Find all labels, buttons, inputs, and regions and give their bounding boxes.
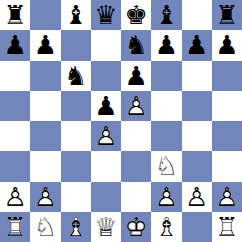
black-pawn[interactable]: ♟ xyxy=(30,30,60,60)
white-pawn[interactable]: ♟♙ xyxy=(212,182,242,212)
black-pawn[interactable]: ♟ xyxy=(212,30,242,60)
piece-glyph-outline: ♗ xyxy=(151,212,181,242)
square-b4[interactable] xyxy=(30,121,60,151)
square-g5[interactable] xyxy=(182,91,212,121)
white-queen[interactable]: ♛♕ xyxy=(91,212,121,242)
piece-glyph-fill: ♛ xyxy=(91,0,121,30)
square-a5[interactable] xyxy=(0,91,30,121)
black-rook[interactable]: ♜ xyxy=(0,0,30,30)
square-b5[interactable] xyxy=(30,91,60,121)
piece-glyph-fill: ♟ xyxy=(151,30,181,60)
square-h3[interactable] xyxy=(212,151,242,181)
square-g3[interactable] xyxy=(182,151,212,181)
square-g8[interactable] xyxy=(182,0,212,30)
chess-board: ♜♝♛♚♝♜♟♟♞♟♟♟♞♟♟♟♙♟♙♞♘♟♙♟♙♟♙♟♙♟♙♜♖♞♘♝♗♛♕♚… xyxy=(0,0,242,242)
white-pawn[interactable]: ♟♙ xyxy=(151,182,181,212)
square-c3[interactable] xyxy=(61,151,91,181)
square-b3[interactable] xyxy=(30,151,60,181)
black-bishop[interactable]: ♝ xyxy=(61,0,91,30)
piece-glyph-outline: ♙ xyxy=(151,182,181,212)
square-c6[interactable]: ♞ xyxy=(61,61,91,91)
piece-glyph-fill: ♟ xyxy=(121,61,151,91)
black-knight[interactable]: ♞ xyxy=(121,30,151,60)
black-pawn[interactable]: ♟ xyxy=(182,30,212,60)
piece-glyph-outline: ♘ xyxy=(30,212,60,242)
square-h6[interactable] xyxy=(212,61,242,91)
square-g1[interactable] xyxy=(182,212,212,242)
white-bishop[interactable]: ♝♗ xyxy=(61,212,91,242)
square-c4[interactable] xyxy=(61,121,91,151)
piece-glyph-outline: ♙ xyxy=(91,121,121,151)
square-e8[interactable]: ♚ xyxy=(121,0,151,30)
square-f4[interactable] xyxy=(151,121,181,151)
square-c7[interactable] xyxy=(61,30,91,60)
square-a3[interactable] xyxy=(0,151,30,181)
piece-glyph-outline: ♘ xyxy=(151,151,181,181)
square-c5[interactable] xyxy=(61,91,91,121)
square-d4[interactable]: ♟♙ xyxy=(91,121,121,151)
white-knight[interactable]: ♞♘ xyxy=(151,151,181,181)
white-knight[interactable]: ♞♘ xyxy=(30,212,60,242)
square-h7[interactable]: ♟ xyxy=(212,30,242,60)
square-d6[interactable] xyxy=(91,61,121,91)
square-e6[interactable]: ♟ xyxy=(121,61,151,91)
piece-glyph-fill: ♟ xyxy=(30,30,60,60)
square-d1[interactable]: ♛♕ xyxy=(91,212,121,242)
square-b6[interactable] xyxy=(30,61,60,91)
square-e3[interactable] xyxy=(121,151,151,181)
square-f1[interactable]: ♝♗ xyxy=(151,212,181,242)
square-d8[interactable]: ♛ xyxy=(91,0,121,30)
square-c1[interactable]: ♝♗ xyxy=(61,212,91,242)
piece-glyph-outline: ♙ xyxy=(182,182,212,212)
square-h1[interactable]: ♜♖ xyxy=(212,212,242,242)
piece-glyph-fill: ♟ xyxy=(212,30,242,60)
piece-glyph-outline: ♙ xyxy=(121,91,151,121)
square-h5[interactable] xyxy=(212,91,242,121)
square-g4[interactable] xyxy=(182,121,212,151)
square-a6[interactable] xyxy=(0,61,30,91)
square-g2[interactable]: ♟♙ xyxy=(182,182,212,212)
black-rook[interactable]: ♜ xyxy=(212,0,242,30)
black-pawn[interactable]: ♟ xyxy=(0,30,30,60)
white-pawn[interactable]: ♟♙ xyxy=(91,121,121,151)
piece-glyph-outline: ♖ xyxy=(0,212,30,242)
square-f3[interactable]: ♞♘ xyxy=(151,151,181,181)
square-f7[interactable]: ♟ xyxy=(151,30,181,60)
white-rook[interactable]: ♜♖ xyxy=(0,212,30,242)
square-d3[interactable] xyxy=(91,151,121,181)
white-king[interactable]: ♚♔ xyxy=(121,212,151,242)
square-b1[interactable]: ♞♘ xyxy=(30,212,60,242)
square-f8[interactable]: ♝ xyxy=(151,0,181,30)
square-h4[interactable] xyxy=(212,121,242,151)
piece-glyph-fill: ♟ xyxy=(182,30,212,60)
square-f6[interactable] xyxy=(151,61,181,91)
square-c8[interactable]: ♝ xyxy=(61,0,91,30)
piece-glyph-fill: ♟ xyxy=(91,91,121,121)
piece-glyph-fill: ♟ xyxy=(0,30,30,60)
white-pawn[interactable]: ♟♙ xyxy=(121,91,151,121)
square-h2[interactable]: ♟♙ xyxy=(212,182,242,212)
square-a4[interactable] xyxy=(0,121,30,151)
square-b8[interactable] xyxy=(30,0,60,30)
square-a1[interactable]: ♜♖ xyxy=(0,212,30,242)
square-b7[interactable]: ♟ xyxy=(30,30,60,60)
square-g7[interactable]: ♟ xyxy=(182,30,212,60)
white-bishop[interactable]: ♝♗ xyxy=(151,212,181,242)
square-f5[interactable] xyxy=(151,91,181,121)
piece-glyph-fill: ♞ xyxy=(61,61,91,91)
white-pawn[interactable]: ♟♙ xyxy=(30,182,60,212)
square-e1[interactable]: ♚♔ xyxy=(121,212,151,242)
piece-glyph-outline: ♗ xyxy=(61,212,91,242)
piece-glyph-outline: ♖ xyxy=(212,212,242,242)
piece-glyph-outline: ♔ xyxy=(121,212,151,242)
square-a8[interactable]: ♜ xyxy=(0,0,30,30)
piece-glyph-outline: ♙ xyxy=(30,182,60,212)
piece-glyph-fill: ♝ xyxy=(151,0,181,30)
square-f2[interactable]: ♟♙ xyxy=(151,182,181,212)
square-h8[interactable]: ♜ xyxy=(212,0,242,30)
square-g6[interactable] xyxy=(182,61,212,91)
piece-glyph-fill: ♜ xyxy=(0,0,30,30)
black-pawn[interactable]: ♟ xyxy=(91,91,121,121)
piece-glyph-fill: ♞ xyxy=(121,30,151,60)
square-e5[interactable]: ♟♙ xyxy=(121,91,151,121)
square-d5[interactable]: ♟ xyxy=(91,91,121,121)
square-a7[interactable]: ♟ xyxy=(0,30,30,60)
black-king[interactable]: ♚ xyxy=(121,0,151,30)
piece-glyph-outline: ♕ xyxy=(91,212,121,242)
black-knight[interactable]: ♞ xyxy=(61,61,91,91)
black-pawn[interactable]: ♟ xyxy=(151,30,181,60)
white-rook[interactable]: ♜♖ xyxy=(212,212,242,242)
square-e2[interactable] xyxy=(121,182,151,212)
black-pawn[interactable]: ♟ xyxy=(121,61,151,91)
white-pawn[interactable]: ♟♙ xyxy=(0,182,30,212)
square-e7[interactable]: ♞ xyxy=(121,30,151,60)
piece-glyph-outline: ♙ xyxy=(212,182,242,212)
square-a2[interactable]: ♟♙ xyxy=(0,182,30,212)
white-pawn[interactable]: ♟♙ xyxy=(182,182,212,212)
square-b2[interactable]: ♟♙ xyxy=(30,182,60,212)
square-e4[interactable] xyxy=(121,121,151,151)
square-c2[interactable] xyxy=(61,182,91,212)
piece-glyph-fill: ♚ xyxy=(121,0,151,30)
square-d7[interactable] xyxy=(91,30,121,60)
piece-glyph-outline: ♙ xyxy=(0,182,30,212)
piece-glyph-fill: ♝ xyxy=(61,0,91,30)
black-bishop[interactable]: ♝ xyxy=(151,0,181,30)
black-queen[interactable]: ♛ xyxy=(91,0,121,30)
square-d2[interactable] xyxy=(91,182,121,212)
piece-glyph-fill: ♜ xyxy=(212,0,242,30)
